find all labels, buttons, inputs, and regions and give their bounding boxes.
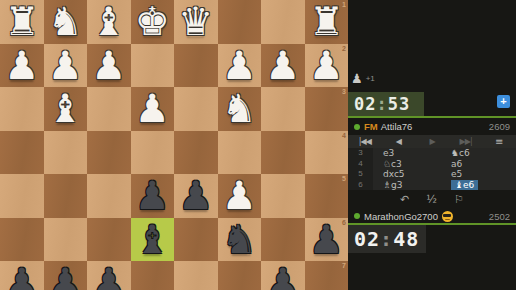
piece-black-p-d5[interactable]: ♟	[174, 174, 218, 218]
player-white[interactable]: FM Attila76 2609	[348, 118, 516, 135]
rank-coordinate-6: 6	[342, 219, 346, 226]
material-advantage-value: +1	[366, 74, 375, 83]
player-name: Attila76	[381, 121, 413, 132]
square-g7[interactable]: ♟	[44, 261, 88, 290]
square-c2[interactable]: ♟	[218, 44, 262, 88]
nav-menu-button[interactable]: ≡	[482, 135, 516, 148]
piece-black-n-c6[interactable]: ♞	[218, 218, 262, 262]
square-b4[interactable]	[261, 131, 305, 175]
square-f5[interactable]	[87, 174, 131, 218]
square-a3[interactable]: 3	[305, 87, 349, 131]
square-e6[interactable]: ♝	[131, 218, 175, 262]
square-g5[interactable]	[44, 174, 88, 218]
piece-white-r-h1[interactable]: ♜	[0, 0, 44, 44]
give-more-time-button[interactable]: +	[497, 95, 510, 108]
square-g6[interactable]	[44, 218, 88, 262]
square-h6[interactable]	[0, 218, 44, 262]
rank-coordinate-5: 5	[342, 175, 346, 182]
piece-white-p-b2[interactable]: ♟	[261, 44, 305, 88]
piece-white-p-h2[interactable]: ♟	[0, 44, 44, 88]
nav-prev-button[interactable]: ◀	[382, 135, 416, 148]
square-c4[interactable]	[218, 131, 262, 175]
online-dot	[354, 124, 360, 130]
square-d6[interactable]	[174, 218, 218, 262]
player-title: FM	[364, 121, 378, 132]
square-b5[interactable]	[261, 174, 305, 218]
rank-coordinate-1: 1	[342, 1, 346, 8]
square-e5[interactable]: ♟	[131, 174, 175, 218]
square-h3[interactable]	[0, 87, 44, 131]
game-sidebar: ♟ +1 02:53 + FM Attila76 2609 |◀◀◀▶▶▶|≡ …	[348, 0, 516, 290]
move-number: 6	[348, 180, 373, 191]
piece-white-p-c2[interactable]: ♟	[218, 44, 262, 88]
nav-last-button[interactable]: ▶▶|	[449, 135, 483, 148]
piece-black-p-b7[interactable]: ♟	[261, 261, 305, 290]
square-c3[interactable]: ♞	[218, 87, 262, 131]
square-h5[interactable]	[0, 174, 44, 218]
square-h1[interactable]: ♜	[0, 0, 44, 44]
move-row-3: 3e3♞c6	[348, 148, 516, 159]
square-g3[interactable]: ♝	[44, 87, 88, 131]
square-e3[interactable]: ♟	[131, 87, 175, 131]
square-a4[interactable]: 4	[305, 131, 349, 175]
offer-draw-button[interactable]: ½	[426, 191, 437, 209]
move-5-black[interactable]: e5	[441, 169, 516, 180]
action-row: ↶½⚐	[348, 191, 516, 209]
online-dot	[354, 213, 360, 219]
square-g2[interactable]: ♟	[44, 44, 88, 88]
piece-white-p-g2[interactable]: ♟	[44, 44, 88, 88]
piece-white-n-c3[interactable]: ♞	[218, 87, 262, 131]
rank-coordinate-2: 2	[342, 45, 346, 52]
move-row-4: 4♘c3a6	[348, 159, 516, 170]
takeback-button[interactable]: ↶	[400, 191, 409, 209]
board-area: ♜♞♝♚♛♜1♟♟♟♟♟♟2♝♟♞34♟♟♟5♝♞♟6♟♟♟♟7♜♞♝♚♛♜8	[0, 0, 348, 290]
move-5-white[interactable]: dxc5	[373, 169, 441, 180]
sunglasses-emoji-icon	[442, 211, 453, 222]
square-b6[interactable]	[261, 218, 305, 262]
square-d2[interactable]	[174, 44, 218, 88]
move-4-black[interactable]: a6	[441, 159, 516, 170]
rank-coordinate-7: 7	[342, 262, 346, 269]
square-f1[interactable]: ♝	[87, 0, 131, 44]
player-rating: 2502	[489, 211, 510, 222]
white-pawn-icon: ♟	[351, 72, 363, 85]
piece-white-p-e3[interactable]: ♟	[131, 87, 175, 131]
square-f4[interactable]	[87, 131, 131, 175]
square-a6[interactable]: ♟6	[305, 218, 349, 262]
square-h7[interactable]: ♟	[0, 261, 44, 290]
piece-black-p-e5[interactable]: ♟	[131, 174, 175, 218]
resign-button[interactable]: ⚐	[454, 191, 464, 209]
piece-black-p-h7[interactable]: ♟	[0, 261, 44, 290]
square-g1[interactable]: ♞	[44, 0, 88, 44]
move-row-5: 5dxc5e5	[348, 169, 516, 180]
square-e1[interactable]: ♚	[131, 0, 175, 44]
square-e2[interactable]	[131, 44, 175, 88]
move-number: 5	[348, 169, 373, 180]
material-advantage: ♟ +1	[351, 71, 375, 86]
square-d3[interactable]	[174, 87, 218, 131]
piece-white-q-d1[interactable]: ♛	[174, 0, 218, 44]
square-e4[interactable]	[131, 131, 175, 175]
piece-black-p-f7[interactable]: ♟	[87, 261, 131, 290]
square-a1[interactable]: ♜1	[305, 0, 349, 44]
square-b3[interactable]	[261, 87, 305, 131]
move-3-white[interactable]: e3	[373, 148, 441, 159]
square-d5[interactable]: ♟	[174, 174, 218, 218]
piece-white-b-f1[interactable]: ♝	[87, 0, 131, 44]
move-row-6: 6♗g3♝e6	[348, 180, 516, 191]
piece-white-n-g1[interactable]: ♞	[44, 0, 88, 44]
square-d4[interactable]	[174, 131, 218, 175]
square-c7[interactable]	[218, 261, 262, 290]
square-a7[interactable]: 7	[305, 261, 349, 290]
clock-white: 02:53	[348, 92, 424, 116]
move-6-black[interactable]: ♝e6	[441, 180, 516, 191]
move-number: 4	[348, 159, 373, 170]
piece-black-b-e6[interactable]: ♝	[131, 218, 175, 262]
square-b7[interactable]: ♟	[261, 261, 305, 290]
square-h4[interactable]	[0, 131, 44, 175]
square-c6[interactable]: ♞	[218, 218, 262, 262]
move-3-black[interactable]: ♞c6	[441, 148, 516, 159]
square-d7[interactable]	[174, 261, 218, 290]
square-e7[interactable]	[131, 261, 175, 290]
nav-first-button[interactable]: |◀◀	[348, 135, 382, 148]
square-g4[interactable]	[44, 131, 88, 175]
piece-white-p-f2[interactable]: ♟	[87, 44, 131, 88]
player-black[interactable]: MarathonGo2700 2502	[348, 209, 516, 223]
player-rating: 2609	[489, 121, 510, 132]
rank-coordinate-3: 3	[342, 88, 346, 95]
piece-white-b-g3[interactable]: ♝	[44, 87, 88, 131]
square-a5[interactable]: 5	[305, 174, 349, 218]
square-h2[interactable]: ♟	[0, 44, 44, 88]
move-list: 3e3♞c64♘c3a65dxc5e56♗g3♝e6	[348, 148, 516, 190]
square-b1[interactable]	[261, 0, 305, 44]
piece-white-p-c5[interactable]: ♟	[218, 174, 262, 218]
square-c5[interactable]: ♟	[218, 174, 262, 218]
move-number: 3	[348, 148, 373, 159]
nav-row: |◀◀◀▶▶▶|≡	[348, 135, 516, 148]
square-b2[interactable]: ♟	[261, 44, 305, 88]
chess-board[interactable]: ♜♞♝♚♛♜1♟♟♟♟♟♟2♝♟♞34♟♟♟5♝♞♟6♟♟♟♟7♜♞♝♚♛♜8	[0, 0, 348, 290]
piece-black-p-g7[interactable]: ♟	[44, 261, 88, 290]
square-a2[interactable]: ♟2	[305, 44, 349, 88]
square-d1[interactable]: ♛	[174, 0, 218, 44]
square-f6[interactable]	[87, 218, 131, 262]
piece-white-k-e1[interactable]: ♚	[131, 0, 175, 44]
nav-next-button[interactable]: ▶	[415, 135, 449, 148]
move-6-white[interactable]: ♗g3	[373, 180, 441, 191]
square-c1[interactable]	[218, 0, 262, 44]
player-name: MarathonGo2700	[364, 211, 438, 222]
move-4-white[interactable]: ♘c3	[373, 159, 441, 170]
square-f3[interactable]	[87, 87, 131, 131]
clock-black: 02:48	[348, 225, 426, 253]
square-f7[interactable]: ♟	[87, 261, 131, 290]
rank-coordinate-4: 4	[342, 132, 346, 139]
square-f2[interactable]: ♟	[87, 44, 131, 88]
lichess-game-screen: ♜♞♝♚♛♜1♟♟♟♟♟♟2♝♟♞34♟♟♟5♝♞♟6♟♟♟♟7♜♞♝♚♛♜8 …	[0, 0, 516, 290]
